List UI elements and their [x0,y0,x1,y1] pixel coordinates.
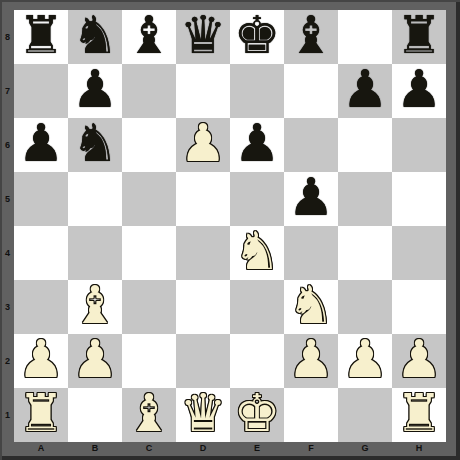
piece-black-pawn: ♟ [396,62,443,116]
rank-label-2: 2 [2,334,13,388]
square-b4[interactable] [68,226,122,280]
chess-board: ♜♞♝♛♚♝♜♟♟♟♟♞♟♟♟♞♝♞♟♟♟♟♟♜♝♛♚♜ [14,10,446,442]
square-f8[interactable]: ♝ [284,10,338,64]
square-b3[interactable]: ♝ [68,280,122,334]
piece-white-pawn: ♟ [342,332,389,386]
piece-white-pawn: ♟ [180,116,227,170]
square-e7[interactable] [230,64,284,118]
square-h8[interactable]: ♜ [392,10,446,64]
square-h4[interactable] [392,226,446,280]
square-f6[interactable] [284,118,338,172]
rank-label-8: 8 [2,10,13,64]
square-h2[interactable]: ♟ [392,334,446,388]
file-label-h: H [392,442,446,456]
rank-label-1: 1 [2,388,13,442]
square-f5[interactable]: ♟ [284,172,338,226]
piece-black-rook: ♜ [18,8,65,62]
file-label-e: E [230,442,284,456]
square-d8[interactable]: ♛ [176,10,230,64]
square-h3[interactable] [392,280,446,334]
square-a7[interactable] [14,64,68,118]
square-a1[interactable]: ♜ [14,388,68,442]
piece-white-pawn: ♟ [396,332,443,386]
piece-white-knight: ♞ [288,278,335,332]
square-c5[interactable] [122,172,176,226]
piece-black-pawn: ♟ [234,116,281,170]
square-a6[interactable]: ♟ [14,118,68,172]
file-label-c: C [122,442,176,456]
square-c7[interactable] [122,64,176,118]
file-labels: ABCDEFGH [14,442,446,456]
square-d7[interactable] [176,64,230,118]
square-c1[interactable]: ♝ [122,388,176,442]
rank-labels: 87654321 [2,10,13,442]
square-b2[interactable]: ♟ [68,334,122,388]
piece-black-bishop: ♝ [126,8,173,62]
square-d4[interactable] [176,226,230,280]
square-d2[interactable] [176,334,230,388]
square-a4[interactable] [14,226,68,280]
piece-black-knight: ♞ [72,116,119,170]
rank-label-5: 5 [2,172,13,226]
rank-label-3: 3 [2,280,13,334]
piece-black-bishop: ♝ [288,8,335,62]
square-g4[interactable] [338,226,392,280]
square-b1[interactable] [68,388,122,442]
square-c4[interactable] [122,226,176,280]
square-c2[interactable] [122,334,176,388]
square-d1[interactable]: ♛ [176,388,230,442]
piece-black-king: ♚ [234,8,281,62]
square-e1[interactable]: ♚ [230,388,284,442]
square-g8[interactable] [338,10,392,64]
square-e5[interactable] [230,172,284,226]
square-g2[interactable]: ♟ [338,334,392,388]
piece-black-pawn: ♟ [342,62,389,116]
square-d3[interactable] [176,280,230,334]
square-e6[interactable]: ♟ [230,118,284,172]
square-e8[interactable]: ♚ [230,10,284,64]
square-b7[interactable]: ♟ [68,64,122,118]
file-label-d: D [176,442,230,456]
square-f3[interactable]: ♞ [284,280,338,334]
square-e2[interactable] [230,334,284,388]
square-g1[interactable] [338,388,392,442]
square-g5[interactable] [338,172,392,226]
piece-white-bishop: ♝ [126,386,173,440]
piece-white-rook: ♜ [396,386,443,440]
piece-black-pawn: ♟ [72,62,119,116]
square-c3[interactable] [122,280,176,334]
square-c8[interactable]: ♝ [122,10,176,64]
file-label-b: B [68,442,122,456]
square-b5[interactable] [68,172,122,226]
rank-label-6: 6 [2,118,13,172]
square-g6[interactable] [338,118,392,172]
square-b6[interactable]: ♞ [68,118,122,172]
square-e3[interactable] [230,280,284,334]
piece-black-pawn: ♟ [18,116,65,170]
piece-black-knight: ♞ [72,8,119,62]
square-a8[interactable]: ♜ [14,10,68,64]
square-h6[interactable] [392,118,446,172]
square-c6[interactable] [122,118,176,172]
square-d6[interactable]: ♟ [176,118,230,172]
square-d5[interactable] [176,172,230,226]
piece-white-rook: ♜ [18,386,65,440]
square-a2[interactable]: ♟ [14,334,68,388]
square-f4[interactable] [284,226,338,280]
piece-black-pawn: ♟ [288,170,335,224]
square-a5[interactable] [14,172,68,226]
file-label-a: A [14,442,68,456]
square-f7[interactable] [284,64,338,118]
square-f2[interactable]: ♟ [284,334,338,388]
square-b8[interactable]: ♞ [68,10,122,64]
piece-black-queen: ♛ [180,8,227,62]
square-g3[interactable] [338,280,392,334]
square-e4[interactable]: ♞ [230,226,284,280]
piece-black-rook: ♜ [396,8,443,62]
square-h7[interactable]: ♟ [392,64,446,118]
rank-label-7: 7 [2,64,13,118]
piece-white-king: ♚ [234,386,281,440]
piece-white-pawn: ♟ [18,332,65,386]
chessboard-widget: 87654321 ♜♞♝♛♚♝♜♟♟♟♟♞♟♟♟♞♝♞♟♟♟♟♟♜♝♛♚♜ AB… [0,0,460,460]
square-h1[interactable]: ♜ [392,388,446,442]
piece-white-knight: ♞ [234,224,281,278]
piece-white-bishop: ♝ [72,278,119,332]
piece-white-queen: ♛ [180,386,227,440]
piece-white-pawn: ♟ [72,332,119,386]
rank-label-4: 4 [2,226,13,280]
file-label-f: F [284,442,338,456]
file-label-g: G [338,442,392,456]
square-f1[interactable] [284,388,338,442]
square-h5[interactable] [392,172,446,226]
piece-white-pawn: ♟ [288,332,335,386]
square-g7[interactable]: ♟ [338,64,392,118]
square-a3[interactable] [14,280,68,334]
